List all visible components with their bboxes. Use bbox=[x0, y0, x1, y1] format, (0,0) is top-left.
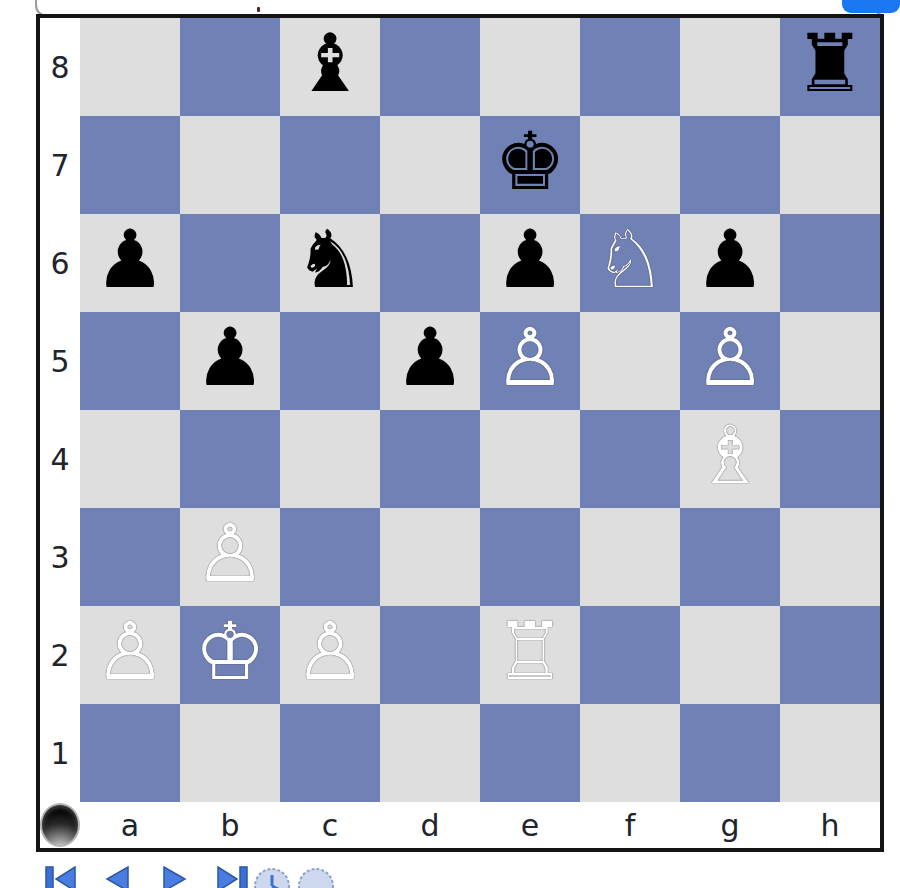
piece-white-pawn[interactable]: ♙ bbox=[94, 612, 166, 692]
square-d3[interactable] bbox=[380, 508, 480, 606]
file-label-c: c bbox=[280, 802, 380, 848]
square-g3[interactable] bbox=[680, 508, 780, 606]
square-h8[interactable]: ♜ bbox=[780, 18, 880, 116]
file-label-d: d bbox=[380, 802, 480, 848]
square-f8[interactable] bbox=[580, 18, 680, 116]
file-label-b: b bbox=[180, 802, 280, 848]
piece-white-rook[interactable]: ♖ bbox=[494, 612, 566, 692]
square-c3[interactable] bbox=[280, 508, 380, 606]
go-to-end-button[interactable] bbox=[216, 866, 248, 888]
piece-black-pawn[interactable]: ♟ bbox=[694, 220, 766, 300]
piece-white-pawn[interactable]: ♙ bbox=[694, 318, 766, 398]
square-c4[interactable] bbox=[280, 410, 380, 508]
square-e7[interactable]: ♚ bbox=[480, 116, 580, 214]
square-e5[interactable]: ♙ bbox=[480, 312, 580, 410]
rank-label-6: 6 bbox=[40, 214, 80, 312]
square-c2[interactable]: ♙ bbox=[280, 606, 380, 704]
square-e2[interactable]: ♖ bbox=[480, 606, 580, 704]
piece-white-king[interactable]: ♔ bbox=[194, 612, 266, 692]
square-h6[interactable] bbox=[780, 214, 880, 312]
piece-black-king[interactable]: ♚ bbox=[494, 122, 566, 202]
square-g7[interactable] bbox=[680, 116, 780, 214]
file-label-a: a bbox=[80, 802, 180, 848]
step-forward-button[interactable] bbox=[162, 866, 188, 888]
piece-white-knight[interactable]: ♘ bbox=[594, 220, 666, 300]
square-h4[interactable] bbox=[780, 410, 880, 508]
piece-black-rook[interactable]: ♜ bbox=[794, 24, 866, 104]
piece-white-bishop[interactable]: ♗ bbox=[694, 416, 766, 496]
autoplay-circle-button[interactable] bbox=[296, 866, 336, 888]
square-d7[interactable] bbox=[380, 116, 480, 214]
square-f7[interactable] bbox=[580, 116, 680, 214]
square-d8[interactable] bbox=[380, 18, 480, 116]
piece-black-pawn[interactable]: ♟ bbox=[494, 220, 566, 300]
square-d2[interactable] bbox=[380, 606, 480, 704]
square-a2[interactable]: ♙ bbox=[80, 606, 180, 704]
square-e4[interactable] bbox=[480, 410, 580, 508]
rank-label-1: 1 bbox=[40, 704, 80, 802]
file-label-g: g bbox=[680, 802, 780, 848]
black-to-move-indicator bbox=[40, 803, 80, 847]
square-h3[interactable] bbox=[780, 508, 880, 606]
square-f4[interactable] bbox=[580, 410, 680, 508]
square-c7[interactable] bbox=[280, 116, 380, 214]
piece-black-pawn[interactable]: ♟ bbox=[194, 318, 266, 398]
square-a6[interactable]: ♟ bbox=[80, 214, 180, 312]
square-b1[interactable] bbox=[180, 704, 280, 802]
square-b5[interactable]: ♟ bbox=[180, 312, 280, 410]
square-e6[interactable]: ♟ bbox=[480, 214, 580, 312]
clock-icon bbox=[252, 866, 292, 888]
square-f1[interactable] bbox=[580, 704, 680, 802]
clipped-text-artifact bbox=[257, 7, 260, 12]
chess-board: 8♝♜7♚6♟♞♟♘♟5♟♟♙♙4♗3♙2♙♔♙♖1abcdefgh bbox=[36, 14, 884, 852]
file-label-h: h bbox=[780, 802, 880, 848]
square-h1[interactable] bbox=[780, 704, 880, 802]
square-c8[interactable]: ♝ bbox=[280, 18, 380, 116]
piece-black-pawn[interactable]: ♟ bbox=[94, 220, 166, 300]
file-label-f: f bbox=[580, 802, 680, 848]
square-a5[interactable] bbox=[80, 312, 180, 410]
square-f3[interactable] bbox=[580, 508, 680, 606]
square-d5[interactable]: ♟ bbox=[380, 312, 480, 410]
rank-label-7: 7 bbox=[40, 116, 80, 214]
square-a3[interactable] bbox=[80, 508, 180, 606]
forward-arrow-icon bbox=[162, 866, 188, 888]
back-arrow-icon bbox=[104, 866, 130, 888]
skip-to-end-icon bbox=[216, 866, 248, 888]
square-h2[interactable] bbox=[780, 606, 880, 704]
square-b8[interactable] bbox=[180, 18, 280, 116]
square-d1[interactable] bbox=[380, 704, 480, 802]
square-d4[interactable] bbox=[380, 410, 480, 508]
square-a4[interactable] bbox=[80, 410, 180, 508]
go-to-start-button[interactable] bbox=[45, 866, 77, 888]
square-h5[interactable] bbox=[780, 312, 880, 410]
rank-label-2: 2 bbox=[40, 606, 80, 704]
square-h7[interactable] bbox=[780, 116, 880, 214]
square-g6[interactable]: ♟ bbox=[680, 214, 780, 312]
piece-white-pawn[interactable]: ♙ bbox=[294, 612, 366, 692]
playback-controls bbox=[0, 864, 900, 888]
square-e3[interactable] bbox=[480, 508, 580, 606]
rank-label-5: 5 bbox=[40, 312, 80, 410]
piece-black-knight[interactable]: ♞ bbox=[294, 220, 366, 300]
autoplay-clock-button[interactable] bbox=[252, 866, 292, 888]
square-e8[interactable] bbox=[480, 18, 580, 116]
square-a1[interactable] bbox=[80, 704, 180, 802]
square-g8[interactable] bbox=[680, 18, 780, 116]
square-a8[interactable] bbox=[80, 18, 180, 116]
square-f6[interactable]: ♘ bbox=[580, 214, 680, 312]
square-b6[interactable] bbox=[180, 214, 280, 312]
square-a7[interactable] bbox=[80, 116, 180, 214]
square-g2[interactable] bbox=[680, 606, 780, 704]
square-b3[interactable]: ♙ bbox=[180, 508, 280, 606]
rank-label-8: 8 bbox=[40, 18, 80, 116]
piece-white-pawn[interactable]: ♙ bbox=[494, 318, 566, 398]
rank-label-3: 3 bbox=[40, 508, 80, 606]
square-d6[interactable] bbox=[380, 214, 480, 312]
turn-indicator-corner bbox=[40, 802, 80, 848]
square-b4[interactable] bbox=[180, 410, 280, 508]
square-b2[interactable]: ♔ bbox=[180, 606, 280, 704]
square-c6[interactable]: ♞ bbox=[280, 214, 380, 312]
piece-white-pawn[interactable]: ♙ bbox=[194, 514, 266, 594]
toolbar-blue-button[interactable] bbox=[842, 0, 900, 13]
piece-black-bishop[interactable]: ♝ bbox=[294, 24, 366, 104]
circle-icon bbox=[296, 866, 336, 888]
file-label-e: e bbox=[480, 802, 580, 848]
square-c1[interactable] bbox=[280, 704, 380, 802]
square-e1[interactable] bbox=[480, 704, 580, 802]
square-f2[interactable] bbox=[580, 606, 680, 704]
square-b7[interactable] bbox=[180, 116, 280, 214]
square-g5[interactable]: ♙ bbox=[680, 312, 780, 410]
skip-to-start-icon bbox=[45, 866, 77, 888]
square-g4[interactable]: ♗ bbox=[680, 410, 780, 508]
piece-black-pawn[interactable]: ♟ bbox=[394, 318, 466, 398]
square-f5[interactable] bbox=[580, 312, 680, 410]
square-g1[interactable] bbox=[680, 704, 780, 802]
step-back-button[interactable] bbox=[104, 866, 130, 888]
rank-label-4: 4 bbox=[40, 410, 80, 508]
square-c5[interactable] bbox=[280, 312, 380, 410]
